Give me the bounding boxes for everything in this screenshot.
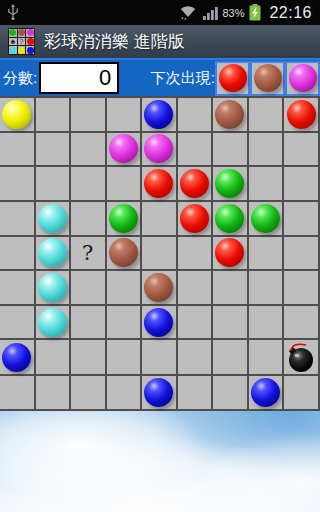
board-cell[interactable] [284, 98, 320, 133]
green-ball [109, 204, 138, 233]
board-cell[interactable] [0, 306, 36, 341]
board-cell[interactable] [249, 376, 285, 411]
board-cell[interactable] [142, 237, 178, 272]
green-ball [215, 204, 244, 233]
app-icon-cell [18, 29, 26, 37]
board-cell[interactable] [213, 133, 249, 168]
board-cell[interactable] [142, 306, 178, 341]
board-cell[interactable] [142, 133, 178, 168]
app-icon-cell [26, 38, 34, 46]
cyan-ball [38, 204, 67, 233]
board-cell[interactable] [36, 376, 72, 411]
board-cell[interactable] [36, 271, 72, 306]
board-cell[interactable] [71, 271, 107, 306]
board-cell[interactable]: ? [71, 237, 107, 272]
board-cell[interactable] [178, 202, 214, 237]
board-cell[interactable] [178, 340, 214, 376]
board-cell[interactable] [178, 98, 214, 133]
board-cell[interactable] [36, 306, 72, 341]
red-ball [144, 169, 173, 198]
board-cell[interactable] [142, 98, 178, 133]
board-cell[interactable] [284, 237, 320, 272]
board-cell[interactable] [213, 202, 249, 237]
app-icon-cell [18, 46, 26, 54]
board-cell[interactable] [249, 202, 285, 237]
red-ball [180, 169, 209, 198]
app-icon-cell [26, 46, 34, 54]
next-ball-cell [285, 61, 320, 96]
board-cell[interactable] [249, 167, 285, 202]
board-cell[interactable] [36, 167, 72, 202]
board-cell[interactable] [178, 133, 214, 168]
wifi-icon [179, 5, 197, 20]
next-ball-cell [215, 61, 250, 96]
board-cell[interactable] [284, 133, 320, 168]
board-cell[interactable] [213, 271, 249, 306]
green-ball [251, 204, 280, 233]
app-icon-cell: ? [18, 38, 26, 46]
app-icon: ♠? [8, 28, 35, 55]
next-label: 下次出現: [151, 69, 215, 88]
battery-icon [249, 4, 261, 21]
title-bar: ♠? 彩球消消樂 進階版 [0, 25, 320, 58]
board-cell[interactable] [107, 98, 143, 133]
board-cell[interactable] [107, 306, 143, 341]
board-cell[interactable] [213, 98, 249, 133]
battery-percent: 83% [222, 7, 244, 19]
cyan-ball [38, 238, 67, 267]
board-cell[interactable] [178, 306, 214, 341]
board-cell[interactable] [107, 271, 143, 306]
blue-ball [2, 343, 31, 372]
board-cell[interactable] [0, 133, 36, 168]
board-cell[interactable] [178, 376, 214, 411]
brown-ball [144, 273, 173, 302]
board-cell[interactable] [107, 202, 143, 237]
app-icon-cell [9, 46, 17, 54]
board-cell[interactable] [284, 376, 320, 411]
magenta-ball [289, 64, 317, 92]
score-panel: 分數: 下次出現: [0, 58, 320, 96]
score-label: 分數: [3, 69, 37, 88]
board-cell[interactable] [178, 271, 214, 306]
question-mark: ? [82, 241, 93, 265]
board-cell[interactable] [107, 340, 143, 376]
board-cell[interactable] [142, 340, 178, 376]
magenta-ball [109, 134, 138, 163]
board-cell[interactable] [249, 98, 285, 133]
board-cell[interactable] [71, 376, 107, 411]
board-cell[interactable] [71, 133, 107, 168]
sky-background [0, 411, 320, 512]
board-cell[interactable] [107, 167, 143, 202]
yellow-ball [2, 100, 31, 129]
board-cell[interactable] [249, 271, 285, 306]
score-value-field[interactable] [39, 62, 119, 94]
board-cell[interactable] [284, 340, 320, 376]
board-cell[interactable] [36, 98, 72, 133]
board-cell[interactable] [284, 167, 320, 202]
board-cell[interactable] [107, 133, 143, 168]
board-cell[interactable] [0, 271, 36, 306]
board-cell[interactable] [0, 98, 36, 133]
board-cell[interactable] [284, 202, 320, 237]
board-cell[interactable] [213, 306, 249, 341]
board-cell[interactable] [107, 376, 143, 411]
app-title: 彩球消消樂 進階版 [44, 30, 185, 53]
blue-ball [251, 378, 280, 407]
clock: 22:16 [269, 4, 312, 22]
board-cell[interactable] [142, 376, 178, 411]
board-cell[interactable] [36, 340, 72, 376]
board-cell[interactable] [36, 133, 72, 168]
bomb-icon [284, 340, 318, 374]
board-cell[interactable] [249, 306, 285, 341]
board-cell[interactable] [249, 237, 285, 272]
board-cell[interactable] [142, 271, 178, 306]
red-ball [219, 64, 247, 92]
blue-ball [144, 100, 173, 129]
board-cell[interactable] [0, 237, 36, 272]
board-cell[interactable] [213, 237, 249, 272]
red-ball [180, 204, 209, 233]
brown-ball [109, 238, 138, 267]
board-cell[interactable] [71, 202, 107, 237]
red-ball [287, 100, 316, 129]
board-cell[interactable] [71, 98, 107, 133]
board-cell[interactable] [36, 237, 72, 272]
brown-ball [254, 64, 282, 92]
brown-ball [215, 100, 244, 129]
board-cell[interactable] [71, 340, 107, 376]
board-cell[interactable] [0, 167, 36, 202]
blue-ball [144, 378, 173, 407]
board-cell[interactable] [71, 306, 107, 341]
board-cell[interactable] [142, 167, 178, 202]
board-cell[interactable] [36, 202, 72, 237]
cyan-ball [38, 308, 67, 337]
board-cell[interactable] [107, 237, 143, 272]
usb-icon [7, 4, 19, 21]
board-cell[interactable] [284, 306, 320, 341]
board-cell[interactable] [71, 167, 107, 202]
board-cell[interactable] [213, 340, 249, 376]
board-cell[interactable] [142, 202, 178, 237]
board-cell[interactable] [249, 340, 285, 376]
board-cell[interactable] [0, 202, 36, 237]
board-cell[interactable] [213, 167, 249, 202]
board-cell[interactable] [0, 340, 36, 376]
cyan-ball [38, 273, 67, 302]
blue-ball [144, 308, 173, 337]
app-icon-cell [26, 29, 34, 37]
board-cell[interactable] [178, 237, 214, 272]
board-cell[interactable] [0, 376, 36, 411]
next-balls [215, 61, 320, 96]
next-ball-cell [250, 61, 285, 96]
board-cell[interactable] [249, 133, 285, 168]
app-icon-cell [9, 29, 17, 37]
status-bar: 83% 22:16 [0, 0, 320, 25]
signal-icon [203, 6, 218, 20]
magenta-ball [144, 134, 173, 163]
app-icon-cell: ♠ [9, 38, 17, 46]
board-cell[interactable] [284, 271, 320, 306]
game-board: ? [0, 96, 320, 411]
green-ball [215, 169, 244, 198]
board-cell[interactable] [213, 376, 249, 411]
red-ball [215, 238, 244, 267]
board-cell[interactable] [178, 167, 214, 202]
